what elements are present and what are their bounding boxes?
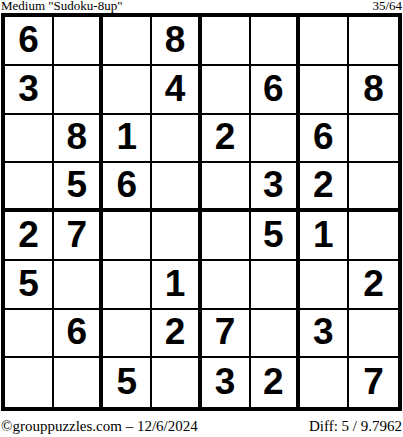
cell-r5c2-given[interactable]: 7 <box>54 212 103 261</box>
cell-r1c7-empty[interactable] <box>300 17 349 66</box>
copyright-text: ©grouppuzzles.com – 12/6/2024 <box>1 418 198 435</box>
cell-r1c2-empty[interactable] <box>54 17 103 66</box>
cell-r2c3-empty[interactable] <box>103 66 152 115</box>
cell-r8c5-given[interactable]: 3 <box>202 358 251 407</box>
puzzle-counter: 35/64 <box>372 0 402 13</box>
cell-r2c4-given[interactable]: 4 <box>152 66 201 115</box>
cell-r5c7-given[interactable]: 1 <box>300 212 349 261</box>
cell-r4c8-empty[interactable] <box>349 163 398 212</box>
cell-r7c8-empty[interactable] <box>349 310 398 359</box>
cell-r3c8-empty[interactable] <box>349 115 398 164</box>
difficulty-text: Diff: 5 / 9.7962 <box>309 418 402 435</box>
cell-r1c8-empty[interactable] <box>349 17 398 66</box>
cell-r1c4-given[interactable]: 8 <box>152 17 201 66</box>
cell-r8c3-given[interactable]: 5 <box>103 358 152 407</box>
cell-r7c5-given[interactable]: 7 <box>202 310 251 359</box>
page-title: Medium "Sudoku-8up" <box>1 0 122 13</box>
cell-r3c1-empty[interactable] <box>5 115 54 164</box>
cell-r4c6-given[interactable]: 3 <box>251 163 300 212</box>
cell-r7c2-given[interactable]: 6 <box>54 310 103 359</box>
cell-r4c1-empty[interactable] <box>5 163 54 212</box>
cell-r3c3-given[interactable]: 1 <box>103 115 152 164</box>
cell-r5c5-empty[interactable] <box>202 212 251 261</box>
cell-r8c6-given[interactable]: 2 <box>251 358 300 407</box>
cell-r8c7-empty[interactable] <box>300 358 349 407</box>
cell-r2c2-empty[interactable] <box>54 66 103 115</box>
cell-r3c7-given[interactable]: 6 <box>300 115 349 164</box>
cell-r2c1-given[interactable]: 3 <box>5 66 54 115</box>
cell-r2c8-given[interactable]: 8 <box>349 66 398 115</box>
sudoku-board: 68346881265632275151262735327 <box>1 13 402 411</box>
cell-r4c7-given[interactable]: 2 <box>300 163 349 212</box>
cell-r3c4-empty[interactable] <box>152 115 201 164</box>
cell-r4c3-given[interactable]: 6 <box>103 163 152 212</box>
cell-r7c7-given[interactable]: 3 <box>300 310 349 359</box>
sudoku-page: Medium "Sudoku-8up" 35/64 68346881265632… <box>0 0 403 437</box>
cell-r6c4-given[interactable]: 1 <box>152 261 201 310</box>
cell-r2c5-empty[interactable] <box>202 66 251 115</box>
cell-r6c5-empty[interactable] <box>202 261 251 310</box>
cell-r6c3-empty[interactable] <box>103 261 152 310</box>
cell-r7c6-empty[interactable] <box>251 310 300 359</box>
cell-r6c2-empty[interactable] <box>54 261 103 310</box>
cell-r7c3-empty[interactable] <box>103 310 152 359</box>
cell-r3c2-given[interactable]: 8 <box>54 115 103 164</box>
cell-r6c8-given[interactable]: 2 <box>349 261 398 310</box>
cell-r5c4-empty[interactable] <box>152 212 201 261</box>
cell-r7c1-empty[interactable] <box>5 310 54 359</box>
cell-r2c6-given[interactable]: 6 <box>251 66 300 115</box>
cell-r8c8-given[interactable]: 7 <box>349 358 398 407</box>
cell-r2c7-empty[interactable] <box>300 66 349 115</box>
cell-r1c6-empty[interactable] <box>251 17 300 66</box>
cell-r5c1-given[interactable]: 2 <box>5 212 54 261</box>
cell-r5c6-given[interactable]: 5 <box>251 212 300 261</box>
cell-r4c2-given[interactable]: 5 <box>54 163 103 212</box>
cell-r1c5-empty[interactable] <box>202 17 251 66</box>
cell-r6c7-empty[interactable] <box>300 261 349 310</box>
cell-r7c4-given[interactable]: 2 <box>152 310 201 359</box>
cell-r6c1-given[interactable]: 5 <box>5 261 54 310</box>
header: Medium "Sudoku-8up" 35/64 <box>1 0 402 13</box>
cell-r8c1-empty[interactable] <box>5 358 54 407</box>
cell-r4c4-empty[interactable] <box>152 163 201 212</box>
cell-r5c3-empty[interactable] <box>103 212 152 261</box>
cell-r5c8-empty[interactable] <box>349 212 398 261</box>
cell-r8c4-empty[interactable] <box>152 358 201 407</box>
cell-r6c6-empty[interactable] <box>251 261 300 310</box>
cell-r1c3-empty[interactable] <box>103 17 152 66</box>
cell-r8c2-empty[interactable] <box>54 358 103 407</box>
cell-r1c1-given[interactable]: 6 <box>5 17 54 66</box>
cell-r3c6-empty[interactable] <box>251 115 300 164</box>
footer: ©grouppuzzles.com – 12/6/2024 Diff: 5 / … <box>1 418 402 435</box>
cell-r3c5-given[interactable]: 2 <box>202 115 251 164</box>
cell-r4c5-empty[interactable] <box>202 163 251 212</box>
